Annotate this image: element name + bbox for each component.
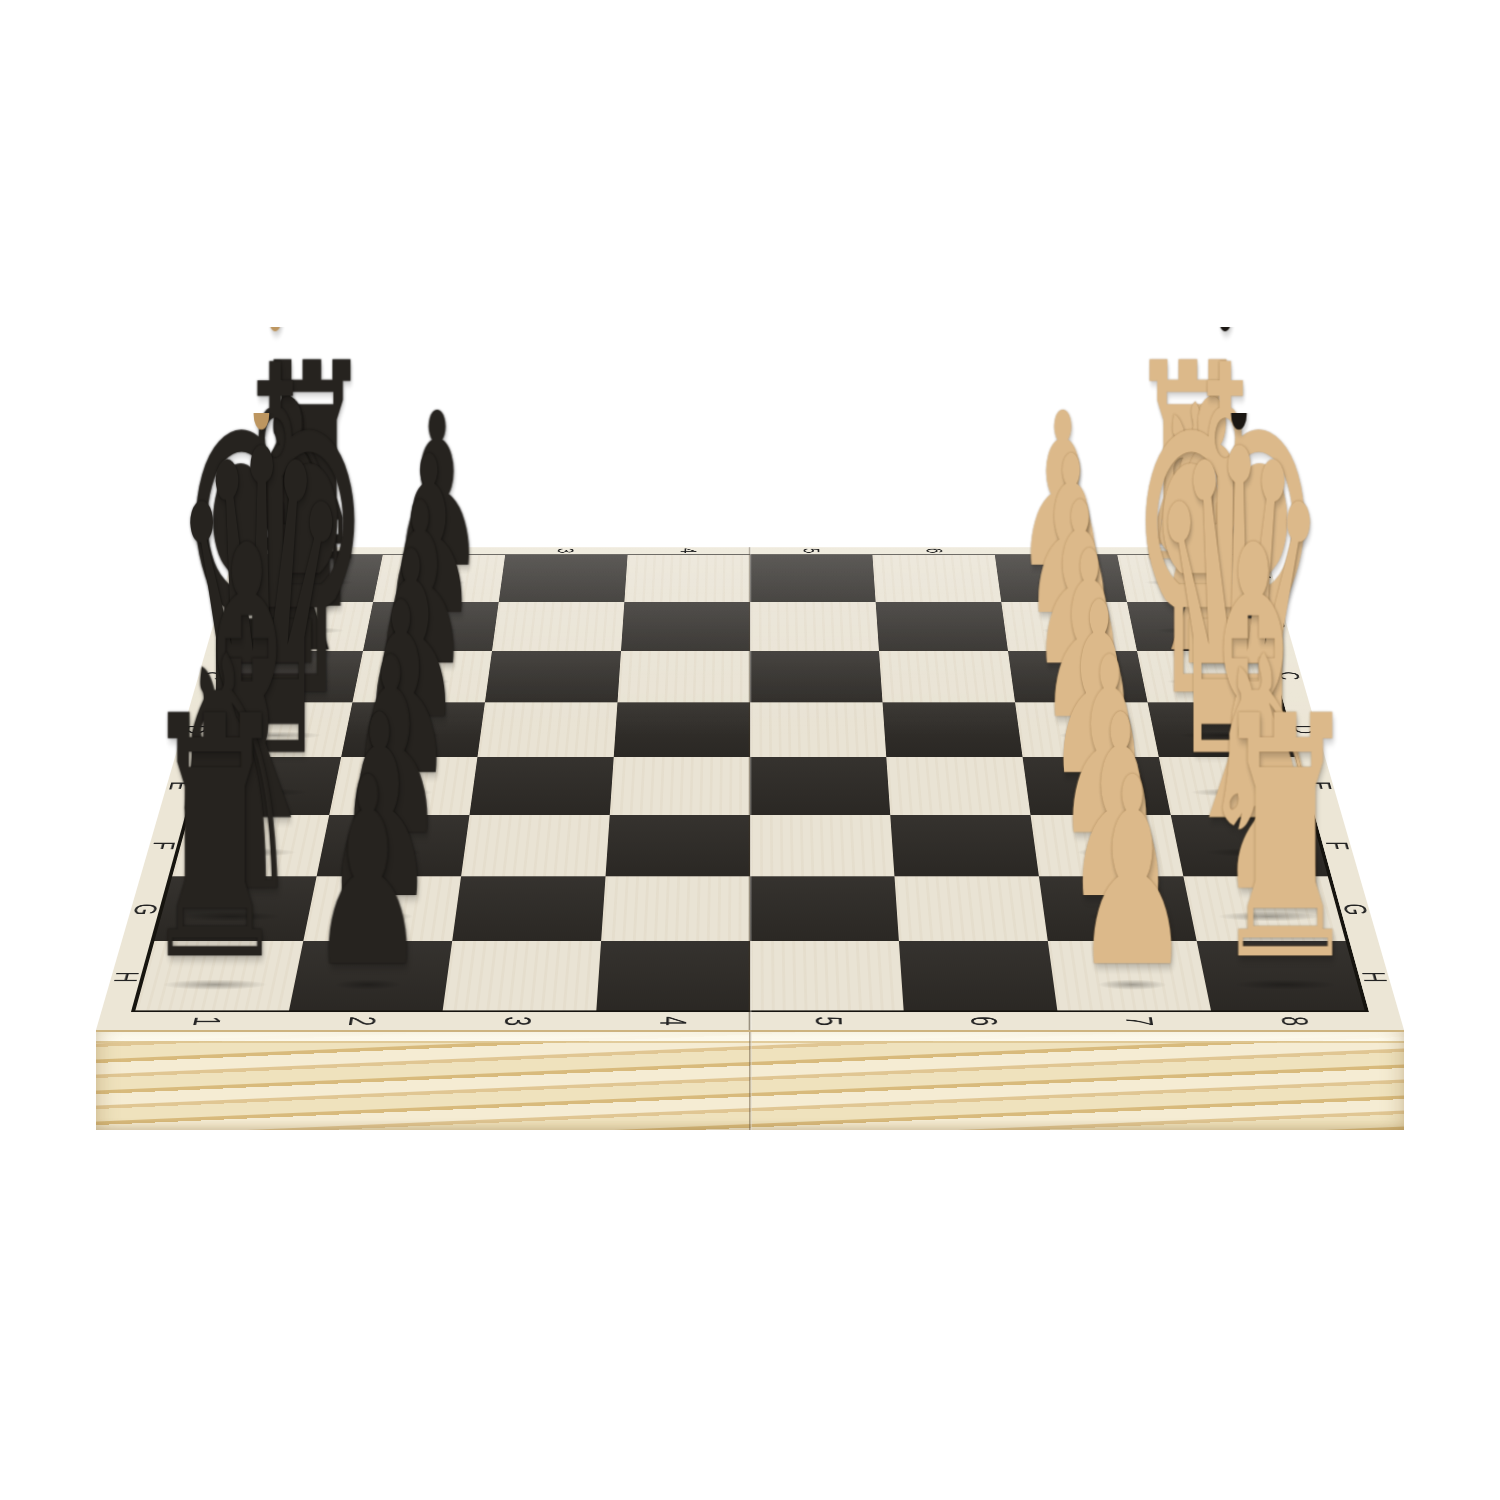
square-h6 — [899, 941, 1057, 1010]
black-king-finial-icon — [269, 275, 281, 332]
square-h7 — [1048, 941, 1211, 1010]
square-f2 — [317, 815, 470, 876]
square-a1 — [247, 555, 382, 602]
white-queen-finial-icon — [1231, 398, 1247, 430]
square-b8 — [1127, 602, 1266, 651]
square-c5 — [750, 651, 883, 703]
square-b4 — [621, 602, 750, 651]
square-g8 — [1183, 876, 1345, 941]
square-c2 — [352, 651, 492, 703]
square-h3 — [443, 941, 601, 1010]
rank-label-near-1: 1 — [126, 1012, 286, 1030]
board-top-face: AABBCCDDEEFFGGHH1122334455667788♜♟♟♜♞♟♟♞… — [96, 547, 1404, 1030]
rank-label-far-5: 5 — [750, 547, 873, 554]
square-a6 — [872, 555, 1001, 602]
square-f1 — [172, 815, 329, 876]
square-e3 — [470, 757, 614, 815]
square-e1 — [189, 757, 341, 815]
rank-label-near-3: 3 — [438, 1012, 595, 1030]
rank-label-far-3: 3 — [504, 547, 628, 554]
square-a5 — [750, 555, 876, 602]
square-d2 — [341, 703, 485, 758]
square-e7 — [1023, 757, 1171, 815]
square-g4 — [601, 876, 750, 941]
square-b3 — [492, 602, 624, 651]
square-f8 — [1171, 815, 1328, 876]
board-tilt-plane: AABBCCDDEEFFGGHH1122334455667788♜♟♟♜♞♟♟♞… — [96, 547, 1404, 1030]
square-c4 — [617, 651, 750, 703]
square-d3 — [477, 703, 617, 758]
square-d7 — [1015, 703, 1159, 758]
square-f7 — [1030, 815, 1183, 876]
square-e2 — [329, 757, 477, 815]
square-c1 — [220, 651, 363, 703]
square-h8 — [1197, 941, 1365, 1010]
chess-set-product-photo: AABBCCDDEEFFGGHH1122334455667788♜♟♟♜♞♟♟♞… — [0, 0, 1500, 1500]
rank-label-far-4: 4 — [627, 547, 750, 554]
white-king-finial-icon — [1219, 275, 1231, 332]
square-e6 — [886, 757, 1030, 815]
square-g1 — [154, 876, 316, 941]
square-f3 — [461, 815, 610, 876]
square-c6 — [879, 651, 1015, 703]
square-b1 — [234, 602, 373, 651]
square-c8 — [1137, 651, 1280, 703]
square-g7 — [1039, 876, 1197, 941]
square-c3 — [485, 651, 621, 703]
square-c7 — [1008, 651, 1148, 703]
square-g6 — [894, 876, 1047, 941]
square-d8 — [1148, 703, 1296, 758]
square-a7 — [995, 555, 1127, 602]
rank-label-near-8: 8 — [1214, 1012, 1374, 1030]
rank-label-near-4: 4 — [594, 1012, 750, 1030]
square-a4 — [624, 555, 750, 602]
square-e5 — [750, 757, 890, 815]
square-g3 — [452, 876, 605, 941]
square-h1 — [135, 941, 303, 1010]
square-a8 — [1117, 555, 1252, 602]
square-b2 — [363, 602, 499, 651]
square-e8 — [1159, 757, 1311, 815]
square-h5 — [750, 941, 904, 1010]
rank-label-near-7: 7 — [1060, 1012, 1218, 1030]
box-fold-seam-icon — [749, 1032, 752, 1130]
square-f6 — [890, 815, 1039, 876]
folding-box-front — [96, 1030, 1404, 1130]
square-d6 — [883, 703, 1023, 758]
square-d1 — [205, 703, 353, 758]
rank-label-far-6: 6 — [873, 547, 997, 554]
rank-label-near-6: 6 — [905, 1012, 1062, 1030]
board-grid — [131, 554, 1369, 1012]
square-h4 — [596, 941, 750, 1010]
square-b7 — [1001, 602, 1137, 651]
square-f4 — [606, 815, 750, 876]
rank-label-near-5: 5 — [750, 1012, 906, 1030]
square-d5 — [750, 703, 886, 758]
rank-label-near-2: 2 — [282, 1012, 440, 1030]
square-g2 — [303, 876, 461, 941]
square-h2 — [289, 941, 452, 1010]
square-e4 — [610, 757, 750, 815]
square-b5 — [750, 602, 879, 651]
square-b6 — [876, 602, 1008, 651]
square-a3 — [499, 555, 628, 602]
square-d4 — [614, 703, 750, 758]
square-a2 — [373, 555, 505, 602]
square-f5 — [750, 815, 894, 876]
square-g5 — [750, 876, 899, 941]
